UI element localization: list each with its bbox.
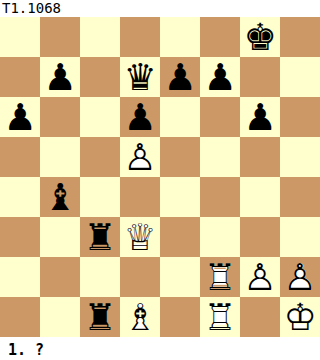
square-g5[interactable]: [240, 137, 280, 177]
black-rook-glyph: ♜: [80, 217, 120, 257]
square-e6[interactable]: [160, 97, 200, 137]
square-h8[interactable]: [280, 17, 320, 57]
square-g4[interactable]: [240, 177, 280, 217]
square-c5[interactable]: [80, 137, 120, 177]
square-e3[interactable]: [160, 217, 200, 257]
square-h3[interactable]: [280, 217, 320, 257]
white-pawn-outline: ♙: [240, 257, 280, 297]
square-d2[interactable]: [120, 257, 160, 297]
square-d7[interactable]: ♛: [120, 57, 160, 97]
black-pawn-glyph: ♟: [120, 97, 160, 137]
white-pawn-outline: ♙: [280, 257, 320, 297]
square-c8[interactable]: [80, 17, 120, 57]
white-rook-outline: ♖: [200, 257, 240, 297]
white-pawn-g2[interactable]: ♟♙: [240, 257, 280, 297]
square-c2[interactable]: [80, 257, 120, 297]
square-b6[interactable]: [40, 97, 80, 137]
square-g3[interactable]: [240, 217, 280, 257]
square-d5[interactable]: ♟♙: [120, 137, 160, 177]
square-a2[interactable]: [0, 257, 40, 297]
black-bishop-b4[interactable]: ♝: [40, 177, 80, 217]
white-bishop-outline: ♗: [120, 297, 160, 337]
square-c1[interactable]: ♜: [80, 297, 120, 337]
black-rook-c3[interactable]: ♜: [80, 217, 120, 257]
white-pawn-d5[interactable]: ♟♙: [120, 137, 160, 177]
square-f3[interactable]: [200, 217, 240, 257]
square-c7[interactable]: [80, 57, 120, 97]
square-a5[interactable]: [0, 137, 40, 177]
black-bishop-glyph: ♝: [40, 177, 80, 217]
square-e1[interactable]: [160, 297, 200, 337]
square-d3[interactable]: ♛♕: [120, 217, 160, 257]
black-queen-d7[interactable]: ♛: [120, 57, 160, 97]
white-queen-d3[interactable]: ♛♕: [120, 217, 160, 257]
square-f7[interactable]: ♟: [200, 57, 240, 97]
square-h7[interactable]: [280, 57, 320, 97]
square-a8[interactable]: [0, 17, 40, 57]
square-d6[interactable]: ♟: [120, 97, 160, 137]
white-king-outline: ♔: [280, 297, 320, 337]
square-g6[interactable]: ♟: [240, 97, 280, 137]
square-b7[interactable]: ♟: [40, 57, 80, 97]
square-c4[interactable]: [80, 177, 120, 217]
square-b5[interactable]: [40, 137, 80, 177]
black-pawn-d6[interactable]: ♟: [120, 97, 160, 137]
square-a3[interactable]: [0, 217, 40, 257]
square-g2[interactable]: ♟♙: [240, 257, 280, 297]
square-a1[interactable]: [0, 297, 40, 337]
square-a7[interactable]: [0, 57, 40, 97]
white-pawn-outline: ♙: [120, 137, 160, 177]
white-rook-outline: ♖: [200, 297, 240, 337]
black-pawn-glyph: ♟: [0, 97, 40, 137]
white-bishop-d1[interactable]: ♝♗: [120, 297, 160, 337]
black-pawn-glyph: ♟: [200, 57, 240, 97]
chess-board: ♚♟♛♟♟♟♟♟♟♙♝♜♛♕♜♖♟♙♟♙♜♝♗♜♖♚♔: [0, 17, 320, 337]
black-rook-glyph: ♜: [80, 297, 120, 337]
square-f2[interactable]: ♜♖: [200, 257, 240, 297]
square-b2[interactable]: [40, 257, 80, 297]
square-g8[interactable]: ♚: [240, 17, 280, 57]
black-pawn-g6[interactable]: ♟: [240, 97, 280, 137]
square-h5[interactable]: [280, 137, 320, 177]
square-h2[interactable]: ♟♙: [280, 257, 320, 297]
black-king-glyph: ♚: [240, 17, 280, 57]
square-f4[interactable]: [200, 177, 240, 217]
black-pawn-e7[interactable]: ♟: [160, 57, 200, 97]
white-pawn-h2[interactable]: ♟♙: [280, 257, 320, 297]
black-queen-glyph: ♛: [120, 57, 160, 97]
white-rook-f2[interactable]: ♜♖: [200, 257, 240, 297]
black-pawn-f7[interactable]: ♟: [200, 57, 240, 97]
black-pawn-glyph: ♟: [40, 57, 80, 97]
move-prompt-label: 1. ?: [0, 337, 320, 360]
square-d4[interactable]: [120, 177, 160, 217]
black-king-g8[interactable]: ♚: [240, 17, 280, 57]
square-g1[interactable]: [240, 297, 280, 337]
square-e5[interactable]: [160, 137, 200, 177]
square-d8[interactable]: [120, 17, 160, 57]
black-pawn-b7[interactable]: ♟: [40, 57, 80, 97]
black-rook-c1[interactable]: ♜: [80, 297, 120, 337]
square-a4[interactable]: [0, 177, 40, 217]
white-rook-f1[interactable]: ♜♖: [200, 297, 240, 337]
square-e2[interactable]: [160, 257, 200, 297]
puzzle-id-label: T1.1068: [0, 0, 320, 17]
black-pawn-glyph: ♟: [240, 97, 280, 137]
square-b1[interactable]: [40, 297, 80, 337]
square-f1[interactable]: ♜♖: [200, 297, 240, 337]
square-h6[interactable]: [280, 97, 320, 137]
square-f5[interactable]: [200, 137, 240, 177]
square-e7[interactable]: ♟: [160, 57, 200, 97]
square-h4[interactable]: [280, 177, 320, 217]
square-f8[interactable]: [200, 17, 240, 57]
square-e4[interactable]: [160, 177, 200, 217]
square-b8[interactable]: [40, 17, 80, 57]
square-b4[interactable]: ♝: [40, 177, 80, 217]
square-h1[interactable]: ♚♔: [280, 297, 320, 337]
white-king-h1[interactable]: ♚♔: [280, 297, 320, 337]
square-c3[interactable]: ♜: [80, 217, 120, 257]
square-a6[interactable]: ♟: [0, 97, 40, 137]
black-pawn-a6[interactable]: ♟: [0, 97, 40, 137]
black-pawn-glyph: ♟: [160, 57, 200, 97]
square-f6[interactable]: [200, 97, 240, 137]
square-c6[interactable]: [80, 97, 120, 137]
square-g7[interactable]: [240, 57, 280, 97]
white-queen-outline: ♕: [120, 217, 160, 257]
square-e8[interactable]: [160, 17, 200, 57]
square-d1[interactable]: ♝♗: [120, 297, 160, 337]
square-b3[interactable]: [40, 217, 80, 257]
